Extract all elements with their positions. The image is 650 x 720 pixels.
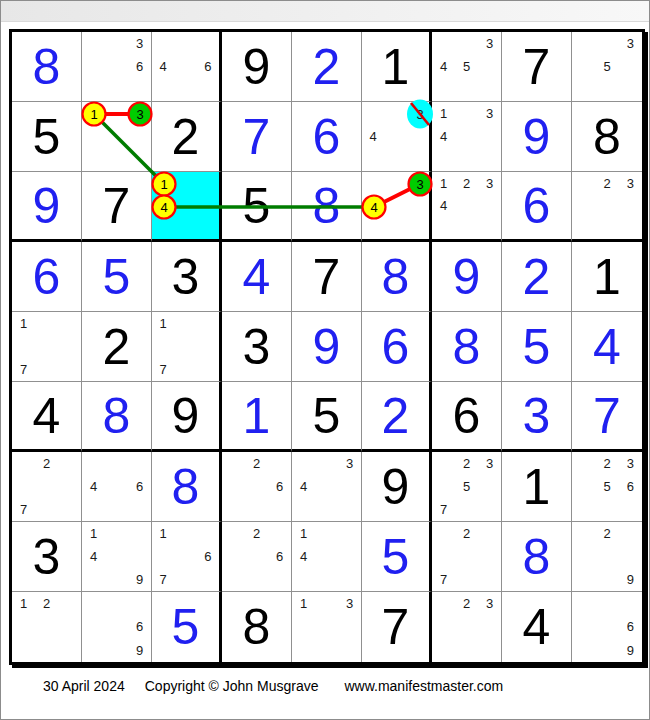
cell-r2c4[interactable]: 7 (222, 102, 292, 172)
cell-r8c8[interactable]: 8 (502, 522, 572, 592)
cell-r6c1[interactable]: 4 (12, 382, 82, 452)
given-digit: 5 (222, 172, 291, 239)
candidate-2: 2 (35, 592, 58, 615)
candidate-6: 6 (128, 615, 151, 638)
cell-r2c2[interactable] (82, 102, 152, 172)
cell-r8c3[interactable]: 167 (152, 522, 222, 592)
solved-digit: 2 (292, 32, 361, 101)
given-digit: 2 (152, 102, 219, 171)
given-digit: 8 (222, 592, 291, 662)
candidate-7: 7 (432, 498, 455, 521)
candidate-6: 6 (619, 615, 642, 638)
candidate-1: 1 (432, 102, 455, 125)
pencil-marks: 134 (432, 102, 501, 171)
pencil-marks: 69 (572, 592, 642, 662)
cell-r5c8[interactable]: 5 (502, 312, 572, 382)
solved-digit: 6 (502, 172, 571, 239)
cell-r1c9[interactable]: 35 (572, 32, 642, 102)
cell-r4c2[interactable]: 5 (82, 242, 152, 312)
candidate-2: 2 (455, 522, 478, 545)
pencil-marks: 29 (572, 522, 642, 591)
candidate-6: 6 (197, 55, 219, 78)
candidate-1: 1 (12, 312, 35, 335)
candidate-3: 3 (619, 32, 642, 55)
candidate-6: 6 (128, 55, 151, 78)
candidate-2: 2 (455, 592, 478, 615)
given-digit: 9 (222, 32, 291, 101)
solved-digit: 8 (362, 242, 429, 311)
solved-digit: 5 (152, 592, 219, 662)
given-digit: 6 (432, 382, 501, 449)
candidate-4: 4 (432, 194, 455, 216)
cell-r6c6[interactable]: 2 (362, 382, 432, 452)
candidate-5: 5 (595, 55, 618, 78)
candidate-1: 1 (152, 522, 174, 545)
cell-r9c1[interactable]: 12 (12, 592, 82, 662)
pencil-marks: 13 (292, 592, 361, 662)
given-digit: 1 (572, 242, 642, 311)
pencil-marks: 27 (432, 522, 501, 591)
cell-r4c4[interactable]: 4 (222, 242, 292, 312)
solved-digit: 5 (502, 312, 571, 381)
candidate-4: 4 (362, 125, 384, 148)
cell-r1c4[interactable]: 9 (222, 32, 292, 102)
candidate-2: 2 (595, 452, 618, 475)
pencil-marks: 4 (362, 102, 429, 171)
cell-r6c3[interactable]: 9 (152, 382, 222, 452)
cell-r1c1[interactable]: 8 (12, 32, 82, 102)
pencil-marks: 23 (432, 592, 501, 662)
cell-r9c9[interactable]: 69 (572, 592, 642, 662)
cell-r5c6[interactable]: 6 (362, 312, 432, 382)
solved-digit: 8 (12, 32, 81, 101)
cell-r4c9[interactable]: 1 (572, 242, 642, 312)
candidate-9: 9 (619, 568, 642, 591)
given-digit: 7 (292, 242, 361, 311)
cell-r8c9[interactable]: 29 (572, 522, 642, 592)
cell-r3c4[interactable]: 5 (222, 172, 292, 242)
cell-r6c2[interactable]: 8 (82, 382, 152, 452)
candidate-9: 9 (128, 568, 151, 591)
footer-copyright: Copyright © John Musgrave (145, 678, 319, 694)
solved-digit: 8 (292, 172, 361, 239)
cell-r3c8[interactable]: 6 (502, 172, 572, 242)
cell-r5c2[interactable]: 2 (82, 312, 152, 382)
cell-r6c8[interactable]: 3 (502, 382, 572, 452)
pencil-marks: 35 (572, 32, 642, 101)
cell-r7c8[interactable]: 1 (502, 452, 572, 522)
pencil-marks: 27 (12, 452, 81, 521)
sudoku-board: 8364692134573552764134989758123462365347… (9, 29, 645, 665)
cell-r5c7[interactable]: 8 (432, 312, 502, 382)
solved-digit: 2 (362, 382, 429, 449)
given-digit: 7 (362, 592, 429, 662)
footer-date: 30 April 2024 (43, 678, 125, 694)
candidate-9: 9 (619, 639, 642, 662)
given-digit: 7 (502, 32, 571, 101)
solved-digit: 6 (362, 312, 429, 381)
candidate-2: 2 (595, 522, 618, 545)
given-digit: 8 (572, 102, 642, 171)
cell-r4c5[interactable]: 7 (292, 242, 362, 312)
candidate-2: 2 (245, 452, 268, 475)
solved-digit: 9 (12, 172, 81, 239)
given-digit: 7 (82, 172, 151, 239)
cell-r7c9[interactable]: 2356 (572, 452, 642, 522)
candidate-6: 6 (128, 475, 151, 498)
candidate-3: 3 (619, 452, 642, 475)
solved-digit: 9 (502, 102, 571, 171)
solved-digit: 3 (502, 382, 571, 449)
pencil-marks: 26 (222, 522, 291, 591)
candidate-9: 9 (128, 639, 151, 662)
cell-r6c9[interactable]: 7 (572, 382, 642, 452)
cell-r9c8[interactable]: 4 (502, 592, 572, 662)
pencil-marks: 23 (572, 172, 642, 239)
candidate-4: 4 (432, 55, 455, 78)
cell-r7c7[interactable]: 2357 (432, 452, 502, 522)
candidate-3: 3 (619, 172, 642, 194)
candidate-2: 2 (245, 522, 268, 545)
cell-r8c1[interactable]: 3 (12, 522, 82, 592)
cell-r8c4[interactable]: 26 (222, 522, 292, 592)
solved-digit: 5 (362, 522, 429, 591)
solved-digit: 7 (572, 382, 642, 449)
app-window: 8364692134573552764134989758123462365347… (0, 0, 650, 720)
candidate-3: 3 (478, 172, 501, 194)
candidate-7: 7 (432, 568, 455, 591)
given-digit: 4 (502, 592, 571, 662)
cell-r6c7[interactable]: 6 (432, 382, 502, 452)
pencil-marks: 69 (82, 592, 151, 662)
candidate-7: 7 (152, 358, 174, 381)
cell-r7c6[interactable]: 9 (362, 452, 432, 522)
given-digit: 5 (292, 382, 361, 449)
cell-r8c7[interactable]: 27 (432, 522, 502, 592)
pencil-marks: 14 (292, 522, 361, 591)
given-digit: 9 (362, 452, 429, 521)
candidate-5: 5 (455, 475, 478, 498)
cell-r3c3[interactable] (152, 172, 222, 242)
cell-r3c6[interactable] (362, 172, 432, 242)
cell-r7c3[interactable]: 8 (152, 452, 222, 522)
pencil-marks: 17 (152, 312, 219, 381)
pencil-marks: 12 (12, 592, 81, 662)
candidate-3: 3 (128, 32, 151, 55)
solved-digit: 9 (292, 312, 361, 381)
candidate-4: 4 (82, 475, 105, 498)
solved-digit: 7 (222, 102, 291, 171)
candidate-1: 1 (12, 592, 35, 615)
pencil-marks: 1234 (432, 172, 501, 239)
candidate-1: 1 (82, 522, 105, 545)
candidate-3: 3 (478, 32, 501, 55)
cell-r4c3[interactable]: 3 (152, 242, 222, 312)
candidate-4: 4 (152, 55, 174, 78)
cell-r9c3[interactable]: 5 (152, 592, 222, 662)
cell-r6c4[interactable]: 1 (222, 382, 292, 452)
candidate-4: 4 (292, 475, 315, 498)
candidate-5: 5 (455, 55, 478, 78)
cell-r2c7[interactable]: 134 (432, 102, 502, 172)
candidate-3: 3 (338, 592, 361, 615)
solved-digit: 6 (292, 102, 361, 171)
candidate-2: 2 (595, 172, 618, 194)
candidate-4: 4 (82, 545, 105, 568)
cell-r2c1[interactable]: 5 (12, 102, 82, 172)
candidate-6: 6 (268, 545, 291, 568)
pencil-marks: 345 (432, 32, 501, 101)
cell-r2c8[interactable]: 9 (502, 102, 572, 172)
given-digit: 1 (502, 452, 571, 521)
candidate-3: 3 (478, 592, 501, 615)
cell-r5c3[interactable]: 17 (152, 312, 222, 382)
pencil-marks: 2357 (432, 452, 501, 521)
solved-digit: 1 (222, 382, 291, 449)
candidate-6: 6 (197, 545, 219, 568)
cell-r4c1[interactable]: 6 (12, 242, 82, 312)
cell-r4c7[interactable]: 9 (432, 242, 502, 312)
solved-digit: 8 (432, 312, 501, 381)
cell-r5c1[interactable]: 17 (12, 312, 82, 382)
toolbar-strip (1, 1, 649, 22)
given-digit: 3 (12, 522, 81, 591)
cell-r7c4[interactable]: 26 (222, 452, 292, 522)
solved-digit: 4 (572, 312, 642, 381)
candidate-2: 2 (455, 172, 478, 194)
pencil-marks: 17 (12, 312, 81, 381)
solved-digit: 8 (502, 522, 571, 591)
sudoku-grid: 8364692134573552764134989758123462365347… (12, 32, 642, 662)
candidate-6: 6 (268, 475, 291, 498)
cell-r4c6[interactable]: 8 (362, 242, 432, 312)
candidate-1: 1 (292, 592, 315, 615)
candidate-5: 5 (595, 475, 618, 498)
candidate-1: 1 (292, 522, 315, 545)
cell-r2c5[interactable]: 6 (292, 102, 362, 172)
cell-r6c5[interactable]: 5 (292, 382, 362, 452)
candidate-2: 2 (455, 452, 478, 475)
candidate-2: 2 (35, 452, 58, 475)
pencil-marks: 34 (292, 452, 361, 521)
solved-digit: 8 (82, 382, 151, 449)
given-digit: 5 (12, 102, 81, 171)
cell-r8c5[interactable]: 14 (292, 522, 362, 592)
cell-r1c2[interactable]: 36 (82, 32, 152, 102)
cell-r1c7[interactable]: 345 (432, 32, 502, 102)
solved-digit: 9 (432, 242, 501, 311)
solved-digit: 2 (502, 242, 571, 311)
candidate-6: 6 (619, 475, 642, 498)
candidate-7: 7 (152, 568, 174, 591)
cell-r3c1[interactable]: 9 (12, 172, 82, 242)
cell-r9c6[interactable]: 7 (362, 592, 432, 662)
pencil-marks: 46 (82, 452, 151, 521)
solved-digit: 6 (12, 242, 81, 311)
cell-r1c3[interactable]: 46 (152, 32, 222, 102)
given-digit: 3 (222, 312, 291, 381)
pencil-marks: 167 (152, 522, 219, 591)
cell-r2c6[interactable]: 4 (362, 102, 432, 172)
cell-r9c7[interactable]: 23 (432, 592, 502, 662)
cell-r5c4[interactable]: 3 (222, 312, 292, 382)
pencil-marks: 36 (82, 32, 151, 101)
given-digit: 1 (362, 32, 429, 101)
solved-digit: 5 (82, 242, 151, 311)
pencil-marks: 149 (82, 522, 151, 591)
cell-r3c5[interactable]: 8 (292, 172, 362, 242)
pencil-marks: 2356 (572, 452, 642, 521)
cell-r2c9[interactable]: 8 (572, 102, 642, 172)
pencil-marks: 26 (222, 452, 291, 521)
candidate-3: 3 (338, 452, 361, 475)
cell-r9c2[interactable]: 69 (82, 592, 152, 662)
pencil-marks: 46 (152, 32, 219, 101)
cell-r9c4[interactable]: 8 (222, 592, 292, 662)
given-digit: 2 (82, 312, 151, 381)
cell-r7c2[interactable]: 46 (82, 452, 152, 522)
cell-r9c5[interactable]: 13 (292, 592, 362, 662)
candidate-4: 4 (432, 125, 455, 148)
candidate-4: 4 (292, 545, 315, 568)
given-digit: 9 (152, 382, 219, 449)
cell-r7c5[interactable]: 34 (292, 452, 362, 522)
candidate-1: 1 (152, 312, 174, 335)
cell-r3c9[interactable]: 23 (572, 172, 642, 242)
solved-digit: 8 (152, 452, 219, 521)
cell-r8c2[interactable]: 149 (82, 522, 152, 592)
cell-r1c8[interactable]: 7 (502, 32, 572, 102)
cell-r1c5[interactable]: 2 (292, 32, 362, 102)
cell-r7c1[interactable]: 27 (12, 452, 82, 522)
candidate-3: 3 (478, 452, 501, 475)
footer-url: www.manifestmaster.com (344, 678, 503, 694)
cell-r5c5[interactable]: 9 (292, 312, 362, 382)
cell-r2c3[interactable]: 2 (152, 102, 222, 172)
cell-r3c2[interactable]: 7 (82, 172, 152, 242)
footer: 30 April 2024Copyright © John Musgraveww… (43, 678, 503, 694)
candidate-7: 7 (12, 358, 35, 381)
candidate-1: 1 (432, 172, 455, 194)
cell-r5c9[interactable]: 4 (572, 312, 642, 382)
cell-r1c6[interactable]: 1 (362, 32, 432, 102)
candidate-3: 3 (478, 102, 501, 125)
given-digit: 4 (12, 382, 81, 449)
candidate-7: 7 (12, 498, 35, 521)
solved-digit: 4 (222, 242, 291, 311)
cell-r8c6[interactable]: 5 (362, 522, 432, 592)
cell-r3c7[interactable]: 1234 (432, 172, 502, 242)
cell-r4c8[interactable]: 2 (502, 242, 572, 312)
given-digit: 3 (152, 242, 219, 311)
